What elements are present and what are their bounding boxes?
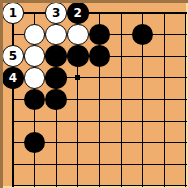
white-stone[interactable]	[67, 24, 89, 46]
move-number: 3	[52, 7, 60, 19]
white-stone[interactable]: 1	[2, 2, 24, 24]
black-stone[interactable]	[24, 132, 46, 154]
go-board[interactable]: 13254	[0, 0, 186, 186]
white-stone[interactable]: 5	[2, 45, 24, 67]
black-stone[interactable]	[89, 24, 111, 46]
black-stone[interactable]	[45, 89, 67, 111]
grid-vline-8	[164, 12, 165, 187]
white-stone[interactable]	[24, 45, 46, 67]
move-number: 2	[74, 7, 82, 19]
black-stone[interactable]	[45, 67, 67, 89]
grid-hline-9	[12, 185, 187, 186]
move-number: 1	[9, 7, 17, 19]
black-stone[interactable]	[67, 45, 89, 67]
black-stone[interactable]: 4	[2, 67, 24, 89]
black-stone[interactable]: 2	[67, 2, 89, 24]
black-stone[interactable]	[132, 24, 154, 46]
move-number: 5	[9, 50, 17, 62]
star-point	[75, 75, 80, 80]
black-stone[interactable]	[45, 45, 67, 67]
grid-vline-9	[185, 12, 186, 187]
go-diagram-page: 13254	[0, 0, 188, 188]
white-stone[interactable]	[24, 67, 46, 89]
move-number: 4	[9, 72, 17, 84]
white-stone[interactable]: 3	[45, 2, 67, 24]
black-stone[interactable]	[89, 45, 111, 67]
grid-hline-6	[12, 121, 187, 122]
black-stone[interactable]	[24, 89, 46, 111]
grid-hline-8	[12, 164, 187, 165]
board-top-edge	[0, 0, 188, 3]
board-left-edge	[0, 0, 3, 188]
white-stone[interactable]	[24, 24, 46, 46]
white-stone[interactable]	[45, 24, 67, 46]
grid-vline-6	[121, 12, 122, 187]
